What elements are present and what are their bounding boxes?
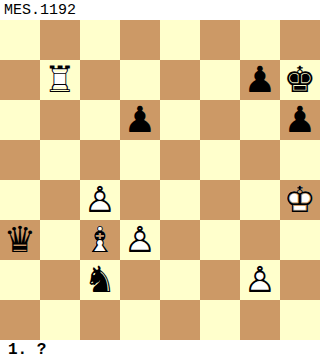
square-d5[interactable] <box>120 140 160 180</box>
square-g1[interactable] <box>240 300 280 340</box>
square-b2[interactable] <box>40 260 80 300</box>
square-a4[interactable] <box>0 180 40 220</box>
square-h6[interactable]: ♟ <box>280 100 320 140</box>
square-a3[interactable]: ♛ <box>0 220 40 260</box>
square-g7[interactable]: ♟ <box>240 60 280 100</box>
piece-outline-layer: ♙ <box>120 220 160 260</box>
piece-white-rook: ♜♖ <box>40 60 80 100</box>
square-g8[interactable] <box>240 20 280 60</box>
square-g5[interactable] <box>240 140 280 180</box>
piece-black-pawn: ♟ <box>120 100 160 140</box>
square-c7[interactable] <box>80 60 120 100</box>
square-c4[interactable]: ♟♙ <box>80 180 120 220</box>
square-c5[interactable] <box>80 140 120 180</box>
square-c6[interactable] <box>80 100 120 140</box>
piece-glyph: ♟ <box>240 60 280 100</box>
square-h7[interactable]: ♚ <box>280 60 320 100</box>
square-d8[interactable] <box>120 20 160 60</box>
square-h4[interactable]: ♚♔ <box>280 180 320 220</box>
square-b6[interactable] <box>40 100 80 140</box>
square-d1[interactable] <box>120 300 160 340</box>
square-g3[interactable] <box>240 220 280 260</box>
square-h3[interactable] <box>280 220 320 260</box>
square-d4[interactable] <box>120 180 160 220</box>
square-b8[interactable] <box>40 20 80 60</box>
square-f7[interactable] <box>200 60 240 100</box>
square-a6[interactable] <box>0 100 40 140</box>
square-e4[interactable] <box>160 180 200 220</box>
square-d2[interactable] <box>120 260 160 300</box>
square-e3[interactable] <box>160 220 200 260</box>
square-d7[interactable] <box>120 60 160 100</box>
square-b4[interactable] <box>40 180 80 220</box>
square-h8[interactable] <box>280 20 320 60</box>
square-f8[interactable] <box>200 20 240 60</box>
piece-black-pawn: ♟ <box>240 60 280 100</box>
piece-outline-layer: ♖ <box>40 60 80 100</box>
square-a5[interactable] <box>0 140 40 180</box>
square-a7[interactable] <box>0 60 40 100</box>
square-b3[interactable] <box>40 220 80 260</box>
piece-outline-layer: ♙ <box>80 180 120 220</box>
square-g6[interactable] <box>240 100 280 140</box>
square-f5[interactable] <box>200 140 240 180</box>
square-f1[interactable] <box>200 300 240 340</box>
square-h1[interactable] <box>280 300 320 340</box>
piece-black-knight: ♞ <box>80 260 120 300</box>
square-b7[interactable]: ♜♖ <box>40 60 80 100</box>
chess-board: ♜♖♟♚♟♟♟♙♚♔♛♝♗♟♙♞♟♙ <box>0 20 320 340</box>
piece-outline-layer: ♔ <box>280 180 320 220</box>
piece-white-king: ♚♔ <box>280 180 320 220</box>
square-c8[interactable] <box>80 20 120 60</box>
square-c3[interactable]: ♝♗ <box>80 220 120 260</box>
square-e7[interactable] <box>160 60 200 100</box>
square-h5[interactable] <box>280 140 320 180</box>
piece-glyph: ♟ <box>120 100 160 140</box>
diagram-footer: 1. ? <box>0 340 320 360</box>
puzzle-id: MES.1192 <box>4 2 76 19</box>
piece-outline-layer: ♙ <box>240 260 280 300</box>
piece-glyph: ♟ <box>280 100 320 140</box>
piece-glyph: ♛ <box>0 220 40 260</box>
square-e1[interactable] <box>160 300 200 340</box>
square-f3[interactable] <box>200 220 240 260</box>
square-g2[interactable]: ♟♙ <box>240 260 280 300</box>
square-f4[interactable] <box>200 180 240 220</box>
square-c2[interactable]: ♞ <box>80 260 120 300</box>
piece-black-pawn: ♟ <box>280 100 320 140</box>
square-e2[interactable] <box>160 260 200 300</box>
square-e8[interactable] <box>160 20 200 60</box>
square-c1[interactable] <box>80 300 120 340</box>
piece-outline-layer: ♗ <box>80 220 120 260</box>
chess-diagram: MES.1192 ♜♖♟♚♟♟♟♙♚♔♛♝♗♟♙♞♟♙ 1. ? <box>0 0 320 360</box>
piece-white-pawn: ♟♙ <box>240 260 280 300</box>
square-e6[interactable] <box>160 100 200 140</box>
piece-white-pawn: ♟♙ <box>80 180 120 220</box>
square-a2[interactable] <box>0 260 40 300</box>
piece-black-queen: ♛ <box>0 220 40 260</box>
square-f2[interactable] <box>200 260 240 300</box>
square-f6[interactable] <box>200 100 240 140</box>
piece-white-bishop: ♝♗ <box>80 220 120 260</box>
square-b5[interactable] <box>40 140 80 180</box>
square-e5[interactable] <box>160 140 200 180</box>
diagram-header: MES.1192 <box>0 0 320 20</box>
square-a8[interactable] <box>0 20 40 60</box>
square-d6[interactable]: ♟ <box>120 100 160 140</box>
square-a1[interactable] <box>0 300 40 340</box>
piece-glyph: ♚ <box>280 60 320 100</box>
piece-white-pawn: ♟♙ <box>120 220 160 260</box>
square-b1[interactable] <box>40 300 80 340</box>
piece-glyph: ♞ <box>80 260 120 300</box>
square-h2[interactable] <box>280 260 320 300</box>
piece-black-king: ♚ <box>280 60 320 100</box>
move-prompt: 1. ? <box>8 341 46 359</box>
square-d3[interactable]: ♟♙ <box>120 220 160 260</box>
square-g4[interactable] <box>240 180 280 220</box>
